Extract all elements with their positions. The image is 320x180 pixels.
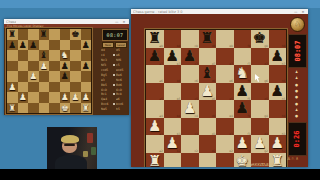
square-d1[interactable]: d1 [199, 153, 217, 168]
webcam-background-object [91, 147, 96, 155]
square-g6[interactable] [70, 50, 81, 61]
white-rook: ♜ [82, 103, 90, 114]
square-h2[interactable]: h2♟ [269, 135, 287, 153]
webcam-background-object [87, 133, 93, 143]
square-h6[interactable]: h6 [269, 65, 287, 83]
square-f3[interactable]: f3 [234, 118, 252, 136]
square-d2[interactable] [39, 92, 50, 103]
square-e4[interactable]: e4 [216, 100, 234, 118]
square-e2[interactable]: e2 [216, 135, 234, 153]
move-indicator-dot [113, 74, 115, 76]
square-coordinate: e1 [229, 167, 233, 168]
black-clock: 08:07 [288, 34, 307, 68]
square-c5[interactable]: c5 [181, 83, 199, 101]
black-pawn: ♟ [61, 61, 69, 72]
white-knight: ♞ [61, 50, 69, 61]
right-window-controls[interactable]: — × [294, 10, 306, 14]
captured-piece-icon: ♟ [295, 109, 298, 113]
square-a3[interactable]: a3♟ [146, 118, 164, 136]
square-g8[interactable]: g8♚ [251, 30, 269, 48]
square-h1[interactable]: ♜ [81, 103, 92, 114]
left-chess-window: Chess — × File Moves Level Display ♜♜♚♟♟… [4, 19, 129, 115]
move-list-row[interactable]: Ne5h5 [101, 107, 128, 112]
square-c7[interactable]: c7♟ [181, 48, 199, 66]
square-c6[interactable] [28, 50, 39, 61]
white-pawn: ♟ [40, 61, 48, 72]
square-d5[interactable]: ♟ [39, 61, 50, 72]
white-clock-time: 0:26 [293, 131, 301, 148]
square-b2[interactable]: b2♟ [164, 135, 182, 153]
move-indicator-dot [113, 54, 115, 56]
square-e8[interactable]: e8 [216, 30, 234, 48]
square-a8[interactable]: a8♜ [146, 30, 164, 48]
square-c4[interactable]: ♟ [28, 71, 39, 82]
square-d6[interactable]: ♝ [39, 50, 50, 61]
square-c1[interactable] [28, 103, 39, 114]
square-h5[interactable]: h5♟ [269, 83, 287, 101]
black-move: Bd6 [116, 83, 128, 87]
square-f8[interactable]: f8 [234, 30, 252, 48]
white-move: c4 [101, 53, 113, 57]
captured-piece-icon: ♟ [295, 77, 298, 81]
square-a1[interactable]: a1♜ [146, 153, 164, 168]
square-c3[interactable] [28, 82, 39, 93]
white-move: Bb5 [101, 83, 113, 87]
black-move: d5 [116, 48, 128, 52]
square-a6[interactable]: a6 [146, 65, 164, 83]
black-move: Nc6 [116, 78, 128, 82]
move-list: d4d5c4e6Nc3Nf6Nf3c5cxd5exd5Bg5Be6e3Nc6Bb… [101, 48, 128, 112]
clock-lcd-display: 08:07 [102, 29, 128, 41]
square-c2[interactable]: c2 [181, 135, 199, 153]
square-b4[interactable]: b4 [164, 100, 182, 118]
black-pawn: ♟ [61, 71, 69, 82]
letterbox-bar [0, 169, 320, 180]
square-f8[interactable] [60, 29, 71, 40]
square-f6[interactable]: f6♞ [234, 65, 252, 83]
black-pawn: ♟ [82, 61, 90, 72]
square-c6[interactable]: c6 [181, 65, 199, 83]
white-pawn: ♟ [61, 92, 69, 103]
square-b3[interactable]: b3 [164, 118, 182, 136]
left-window-title: Chess [6, 20, 16, 24]
black-move: O-O [116, 88, 128, 92]
square-e5[interactable] [49, 61, 60, 72]
right-window-title: Chess game - rated blitz 3 0 [133, 10, 183, 14]
white-pawn: ♟ [29, 71, 37, 82]
square-f3[interactable] [60, 82, 71, 93]
person-glasses [64, 144, 75, 146]
black-pawn: ♟ [8, 40, 16, 51]
square-b8[interactable] [18, 29, 29, 40]
square-c1[interactable]: c1 [181, 153, 199, 168]
black-move: h5 [116, 107, 128, 111]
white-move: Rc1 [101, 92, 113, 96]
captured-piece-icon: ● [295, 103, 298, 107]
square-d3[interactable] [39, 82, 50, 93]
square-c4[interactable]: c4♟ [181, 100, 199, 118]
left-window-controls[interactable]: — × [115, 20, 127, 24]
square-g2[interactable]: ♟ [70, 92, 81, 103]
square-e6[interactable]: e6 [216, 65, 234, 83]
main-chess-board: a8♜b8c8d8♜e8f8g8♚h8a7♟b7♟c7♟d7e7f7g7h7♟a… [145, 29, 287, 167]
square-f7[interactable] [60, 40, 71, 51]
square-e3[interactable] [49, 82, 60, 93]
square-b2[interactable]: ♟ [18, 92, 29, 103]
square-c8[interactable]: c8 [181, 30, 199, 48]
black-move: Nf6 [116, 58, 128, 62]
white-move: Bxc6 [101, 102, 113, 106]
square-a7[interactable]: ♟ [7, 40, 18, 51]
white-move: Nf3 [101, 63, 113, 67]
square-f7[interactable]: f7 [234, 48, 252, 66]
square-coordinate: b1 [177, 167, 181, 168]
square-g8[interactable]: ♚ [70, 29, 81, 40]
square-a8[interactable]: ♜ [7, 29, 18, 40]
left-side-panel: 08:07 New Level d4d5c4e6Nc3Nf6Nf3c5cxd5e… [101, 28, 128, 113]
black-move: a6 [116, 97, 128, 101]
square-d4[interactable]: d4 [199, 100, 217, 118]
square-a4[interactable] [7, 71, 18, 82]
square-b1[interactable] [18, 103, 29, 114]
square-b5[interactable] [18, 61, 29, 72]
square-a4[interactable]: a4 [146, 100, 164, 118]
square-g3[interactable] [70, 82, 81, 93]
square-h3[interactable]: h3 [269, 118, 287, 136]
square-h2[interactable]: ♟ [81, 92, 92, 103]
square-f6[interactable]: ♞ [60, 50, 71, 61]
square-a5[interactable]: a5 [146, 83, 164, 101]
program-logo-icon: ♘ [290, 17, 305, 32]
square-c2[interactable] [28, 92, 39, 103]
brand-script-logo: Chessmaster [243, 161, 304, 167]
white-move: Qa4 [101, 97, 113, 101]
square-f5[interactable]: f5♟ [234, 83, 252, 101]
black-move: Be6 [116, 73, 128, 77]
square-b7[interactable]: b7♟ [164, 48, 182, 66]
move-indicator-dot [113, 93, 115, 95]
black-rook: ♜ [8, 29, 16, 40]
square-e8[interactable] [49, 29, 60, 40]
black-move: exd5 [116, 68, 128, 72]
black-move: e6 [116, 53, 128, 57]
move-indicator-dot [113, 84, 115, 86]
square-b1[interactable]: b1 [164, 153, 182, 168]
square-a2[interactable]: a2 [146, 135, 164, 153]
move-indicator-dot [113, 103, 115, 105]
square-h6[interactable] [81, 50, 92, 61]
captured-piece-icon: ● [295, 96, 298, 100]
square-d7[interactable]: d7 [199, 48, 217, 66]
square-h7[interactable]: h7♟ [269, 48, 287, 66]
lcd-time: 08:07 [106, 32, 123, 38]
square-e6[interactable] [49, 50, 60, 61]
white-pawn: ♟ [8, 82, 16, 93]
square-g3[interactable]: g3 [251, 118, 269, 136]
square-d3[interactable]: d3 [199, 118, 217, 136]
square-b6[interactable]: b6 [164, 65, 182, 83]
square-b7[interactable]: ♟ [18, 40, 29, 51]
square-d5[interactable]: d5♟ [199, 83, 217, 101]
black-move: Rc8 [116, 92, 128, 96]
white-move: d4 [101, 48, 113, 52]
square-h7[interactable]: ♟ [81, 40, 92, 51]
square-d4[interactable] [39, 71, 50, 82]
square-g5[interactable]: g5 [251, 83, 269, 101]
white-move: O-O [101, 88, 113, 92]
captured-piece-icon: ● [295, 90, 298, 94]
black-pawn: ♟ [19, 40, 27, 51]
captured-pieces-column: ♟♟●●●●♟● [289, 70, 304, 120]
black-move: c5 [116, 63, 128, 67]
square-d8[interactable]: ♜ [39, 29, 50, 40]
square-a3[interactable]: ♟ [7, 82, 18, 93]
black-king: ♚ [71, 29, 79, 40]
white-clock: 0:26 [288, 122, 307, 156]
square-d1[interactable] [39, 103, 50, 114]
square-b5[interactable]: b5 [164, 83, 182, 101]
square-f1[interactable]: ♚ [60, 103, 71, 114]
white-move: Bg5 [101, 73, 113, 77]
left-chess-board: ♜♜♚♟♟♟♟♝♞♟♟♟♟♟♟♟♟♟♟♜♚♜ [6, 28, 92, 114]
square-g4[interactable]: g4 [251, 100, 269, 118]
captured-piece-icon: ● [295, 84, 298, 88]
black-clock-time: 08:07 [294, 40, 302, 61]
black-rook: ♜ [40, 29, 48, 40]
square-e7[interactable] [49, 40, 60, 51]
square-b6[interactable] [18, 50, 29, 61]
square-e3[interactable]: e3 [216, 118, 234, 136]
right-window-content: ♘ a8♜b8c8d8♜e8f8g8♚h8a7♟b7♟c7♟d7e7f7g7h7… [131, 14, 308, 167]
square-g7[interactable]: g7 [251, 48, 269, 66]
webcam-background-object [83, 151, 88, 157]
webcam-overlay [47, 127, 97, 172]
square-c8[interactable] [28, 29, 39, 40]
square-b3[interactable] [18, 82, 29, 93]
square-h5[interactable]: ♟ [81, 61, 92, 72]
square-e7[interactable]: e7 [216, 48, 234, 66]
square-h8[interactable] [81, 29, 92, 40]
white-pawn: ♟ [19, 92, 27, 103]
white-move: Nc3 [101, 58, 113, 62]
square-h8[interactable]: h8 [269, 30, 287, 48]
white-move: cxd5 [101, 68, 113, 72]
square-e5[interactable]: e5 [216, 83, 234, 101]
square-g5[interactable] [70, 61, 81, 72]
square-e2[interactable] [49, 92, 60, 103]
square-coordinate: a1 [159, 167, 163, 168]
square-d8[interactable]: d8♜ [199, 30, 217, 48]
square-f5[interactable]: ♟ [60, 61, 71, 72]
square-g2[interactable]: g2♟ [251, 135, 269, 153]
black-bishop: ♝ [40, 50, 48, 61]
square-d2[interactable]: d2 [199, 135, 217, 153]
square-a6[interactable] [7, 50, 18, 61]
white-pawn: ♟ [71, 92, 79, 103]
square-a7[interactable]: a7♟ [146, 48, 164, 66]
move-indicator-dot [113, 64, 115, 66]
square-h4[interactable] [81, 71, 92, 82]
black-pawn: ♟ [29, 40, 37, 51]
square-g7[interactable] [70, 40, 81, 51]
square-c5[interactable] [28, 61, 39, 72]
square-h3[interactable] [81, 82, 92, 93]
square-c7[interactable]: ♟ [28, 40, 39, 51]
desktop-top-strip [0, 0, 320, 8]
captured-piece-icon: ♟ [295, 71, 298, 75]
square-coordinate: d1 [212, 167, 216, 168]
square-f4[interactable]: ♟ [60, 71, 71, 82]
square-g1[interactable] [70, 103, 81, 114]
white-move: Ne5 [101, 107, 113, 111]
white-king: ♚ [61, 103, 69, 114]
white-rook: ♜ [8, 103, 16, 114]
square-d7[interactable] [39, 40, 50, 51]
right-chess-window: Chess game - rated blitz 3 0 — × ♘ a8♜b8… [131, 9, 308, 167]
square-f2[interactable]: ♟ [60, 92, 71, 103]
white-rook: ♜ [148, 153, 161, 168]
white-pawn: ♟ [82, 92, 90, 103]
square-e1[interactable]: e1 [216, 153, 234, 168]
square-b4[interactable] [18, 71, 29, 82]
square-coordinate: c1 [194, 167, 198, 168]
person-cap [61, 135, 79, 143]
square-a5[interactable] [7, 61, 18, 72]
white-move: e3 [101, 78, 113, 82]
screen: Chess — × File Moves Level Display ♜♜♚♟♟… [0, 0, 320, 180]
square-a1[interactable]: ♜ [7, 103, 18, 114]
square-g4[interactable] [70, 71, 81, 82]
captured-piece-icon: ● [295, 115, 298, 119]
square-e1[interactable] [49, 103, 60, 114]
square-b8[interactable]: b8 [164, 30, 182, 48]
square-h4[interactable]: h4 [269, 100, 287, 118]
square-c3[interactable]: c3 [181, 118, 199, 136]
square-f4[interactable]: f4♟ [234, 100, 252, 118]
black-pawn: ♟ [82, 40, 90, 51]
square-a2[interactable] [7, 92, 18, 103]
square-f2[interactable]: f2♟ [234, 135, 252, 153]
square-d6[interactable]: d6♝ [199, 65, 217, 83]
square-g6[interactable]: g6 [251, 65, 269, 83]
black-move: bxc6 [116, 102, 128, 106]
square-e4[interactable] [49, 71, 60, 82]
